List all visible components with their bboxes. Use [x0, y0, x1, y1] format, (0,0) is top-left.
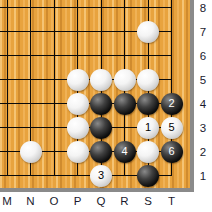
row-label-4: 4: [196, 96, 210, 112]
stone-black-q2[interactable]: [90, 141, 112, 163]
move-number: 5: [168, 122, 174, 133]
stone-white-p2[interactable]: [67, 141, 89, 163]
grid-line-row-8: [0, 7, 172, 8]
stone-white-q5[interactable]: [90, 69, 112, 91]
grid-line-row-6: [0, 55, 172, 56]
stone-black-r2[interactable]: 4: [114, 141, 136, 163]
row-label-8: 8: [196, 0, 210, 16]
stone-white-p4[interactable]: [67, 93, 89, 115]
col-label-r: R: [115, 195, 135, 207]
stone-black-t2[interactable]: 6: [161, 141, 183, 163]
stone-white-q1[interactable]: 3: [90, 165, 112, 187]
move-number: 6: [168, 146, 174, 157]
stone-white-p5[interactable]: [67, 69, 89, 91]
go-diagram: 215463 MNOPQRST 87654321: [0, 0, 212, 212]
move-number: 3: [98, 170, 104, 181]
grid-line-col-m: [7, 0, 8, 176]
go-board[interactable]: 215463: [0, 0, 194, 192]
stone-white-t3[interactable]: 5: [161, 117, 183, 139]
row-label-3: 3: [196, 120, 210, 136]
stone-white-n2[interactable]: [20, 141, 42, 163]
stone-white-p3[interactable]: [67, 117, 89, 139]
stone-black-s1[interactable]: [137, 165, 159, 187]
col-label-m: M: [0, 195, 17, 207]
row-label-6: 6: [196, 48, 210, 64]
stone-black-q4[interactable]: [90, 93, 112, 115]
stone-white-s7[interactable]: [137, 21, 159, 43]
row-label-7: 7: [196, 24, 210, 40]
row-label-2: 2: [196, 144, 210, 160]
grid-line-col-o: [54, 0, 55, 176]
move-number: 4: [121, 146, 127, 157]
col-label-q: Q: [91, 195, 111, 207]
stone-white-r5[interactable]: [114, 69, 136, 91]
row-label-5: 5: [196, 72, 210, 88]
col-label-s: S: [138, 195, 158, 207]
col-label-p: P: [68, 195, 88, 207]
stone-white-s2[interactable]: [137, 141, 159, 163]
move-number: 1: [145, 122, 151, 133]
stone-white-s5[interactable]: [137, 69, 159, 91]
col-label-t: T: [162, 195, 182, 207]
col-label-n: N: [21, 195, 41, 207]
stone-black-s4[interactable]: [137, 93, 159, 115]
stone-black-r4[interactable]: [114, 93, 136, 115]
stone-black-t4[interactable]: 2: [161, 93, 183, 115]
stone-white-s3[interactable]: 1: [137, 117, 159, 139]
row-label-1: 1: [196, 168, 210, 184]
col-label-o: O: [44, 195, 64, 207]
move-number: 2: [168, 98, 174, 109]
stone-black-q3[interactable]: [90, 117, 112, 139]
